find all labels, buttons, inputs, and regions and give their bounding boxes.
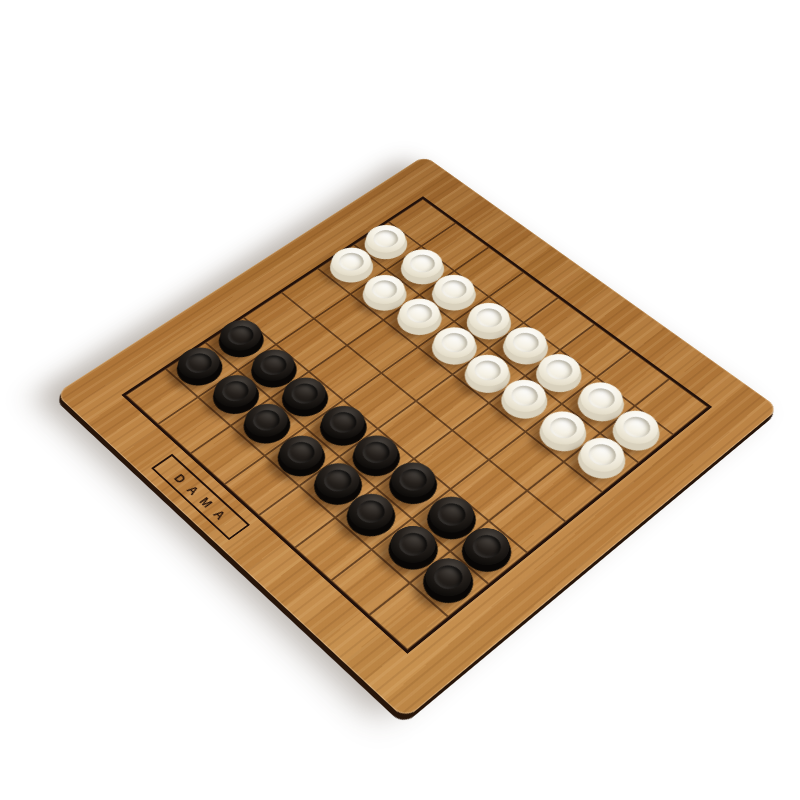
scene-perspective: DAMA bbox=[160, 145, 672, 657]
photo-background: DAMA bbox=[0, 0, 800, 800]
dama-board: DAMA bbox=[55, 155, 779, 719]
